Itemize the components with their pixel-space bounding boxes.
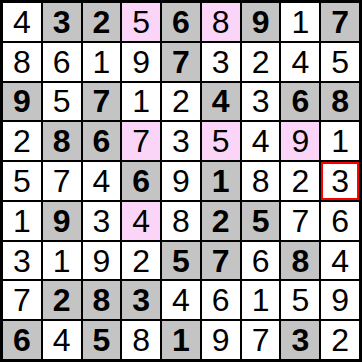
cell-r1c5[interactable]: 6: [162, 3, 200, 41]
cell-r2c9[interactable]: 5: [321, 43, 359, 81]
sudoku-board: 4325689178619732459571243682867354915746…: [0, 0, 362, 362]
cell-r4c7[interactable]: 4: [242, 122, 280, 160]
cell-r4c6[interactable]: 5: [202, 122, 240, 160]
cell-r4c2[interactable]: 8: [43, 122, 81, 160]
cell-r9c5[interactable]: 1: [162, 321, 200, 359]
cell-r7c6[interactable]: 7: [202, 242, 240, 280]
cell-r6c1[interactable]: 1: [3, 202, 41, 240]
cell-r8c9[interactable]: 9: [321, 281, 359, 319]
cell-r8c3[interactable]: 8: [83, 281, 121, 319]
cell-r4c4[interactable]: 7: [122, 122, 160, 160]
cell-r5c1[interactable]: 5: [3, 162, 41, 200]
cell-r9c1[interactable]: 6: [3, 321, 41, 359]
cell-r5c3[interactable]: 4: [83, 162, 121, 200]
cell-r6c9[interactable]: 6: [321, 202, 359, 240]
cell-r6c3[interactable]: 3: [83, 202, 121, 240]
cell-r2c1[interactable]: 8: [3, 43, 41, 81]
cell-r9c6[interactable]: 9: [202, 321, 240, 359]
cell-r3c1[interactable]: 9: [3, 83, 41, 121]
cell-r1c7[interactable]: 9: [242, 3, 280, 41]
cell-r2c2[interactable]: 6: [43, 43, 81, 81]
cell-r7c4[interactable]: 2: [122, 242, 160, 280]
cell-r9c9[interactable]: 2: [321, 321, 359, 359]
cell-r4c3[interactable]: 6: [83, 122, 121, 160]
cell-r4c9[interactable]: 1: [321, 122, 359, 160]
cell-r8c1[interactable]: 7: [3, 281, 41, 319]
cell-r1c2[interactable]: 3: [43, 3, 81, 41]
cell-r5c7[interactable]: 8: [242, 162, 280, 200]
cell-r4c5[interactable]: 3: [162, 122, 200, 160]
cell-r8c7[interactable]: 1: [242, 281, 280, 319]
cell-r3c8[interactable]: 6: [281, 83, 319, 121]
cell-r6c4[interactable]: 4: [122, 202, 160, 240]
cell-r3c6[interactable]: 4: [202, 83, 240, 121]
cell-r5c9[interactable]: 3: [321, 162, 359, 200]
cell-r5c6[interactable]: 1: [202, 162, 240, 200]
cell-r7c2[interactable]: 1: [43, 242, 81, 280]
cell-r9c3[interactable]: 5: [83, 321, 121, 359]
cell-r8c8[interactable]: 5: [281, 281, 319, 319]
cell-r8c4[interactable]: 3: [122, 281, 160, 319]
cell-r9c2[interactable]: 4: [43, 321, 81, 359]
cell-r3c7[interactable]: 3: [242, 83, 280, 121]
cell-r6c7[interactable]: 5: [242, 202, 280, 240]
cell-r2c5[interactable]: 7: [162, 43, 200, 81]
cell-r7c5[interactable]: 5: [162, 242, 200, 280]
cell-r1c3[interactable]: 2: [83, 3, 121, 41]
cell-r3c4[interactable]: 1: [122, 83, 160, 121]
cell-r9c7[interactable]: 7: [242, 321, 280, 359]
cell-r2c6[interactable]: 3: [202, 43, 240, 81]
cell-r2c7[interactable]: 2: [242, 43, 280, 81]
cell-r5c2[interactable]: 7: [43, 162, 81, 200]
cell-r4c8[interactable]: 9: [281, 122, 319, 160]
cell-r7c9[interactable]: 4: [321, 242, 359, 280]
cell-r7c7[interactable]: 6: [242, 242, 280, 280]
cell-r6c5[interactable]: 8: [162, 202, 200, 240]
cell-r1c9[interactable]: 7: [321, 3, 359, 41]
cell-r9c8[interactable]: 3: [281, 321, 319, 359]
cell-r4c1[interactable]: 2: [3, 122, 41, 160]
cell-r2c3[interactable]: 1: [83, 43, 121, 81]
cell-r1c1[interactable]: 4: [3, 3, 41, 41]
cell-r7c1[interactable]: 3: [3, 242, 41, 280]
cell-r5c8[interactable]: 2: [281, 162, 319, 200]
cell-r3c5[interactable]: 2: [162, 83, 200, 121]
cell-r3c2[interactable]: 5: [43, 83, 81, 121]
cell-r7c8[interactable]: 8: [281, 242, 319, 280]
cell-r6c6[interactable]: 2: [202, 202, 240, 240]
cell-r8c2[interactable]: 2: [43, 281, 81, 319]
cell-r8c6[interactable]: 6: [202, 281, 240, 319]
cell-r2c4[interactable]: 9: [122, 43, 160, 81]
cell-r6c8[interactable]: 7: [281, 202, 319, 240]
cell-r3c3[interactable]: 7: [83, 83, 121, 121]
cell-r5c5[interactable]: 9: [162, 162, 200, 200]
cell-r6c2[interactable]: 9: [43, 202, 81, 240]
cell-r2c8[interactable]: 4: [281, 43, 319, 81]
cell-r1c6[interactable]: 8: [202, 3, 240, 41]
cell-r1c8[interactable]: 1: [281, 3, 319, 41]
cell-r1c4[interactable]: 5: [122, 3, 160, 41]
cell-r9c4[interactable]: 8: [122, 321, 160, 359]
cell-r3c9[interactable]: 8: [321, 83, 359, 121]
cell-r7c3[interactable]: 9: [83, 242, 121, 280]
cell-r5c4[interactable]: 6: [122, 162, 160, 200]
cell-r8c5[interactable]: 4: [162, 281, 200, 319]
